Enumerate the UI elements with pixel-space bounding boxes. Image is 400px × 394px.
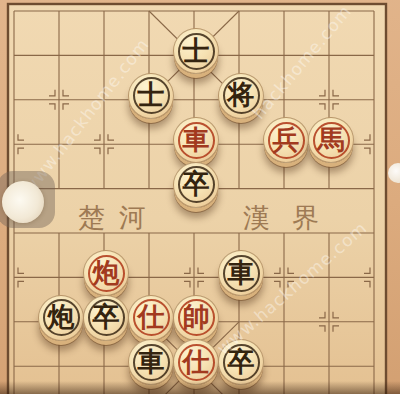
piece-character: 将	[228, 81, 255, 108]
xiangqi-app-screen: 楚河 漢界 士士将車兵馬卒炮車炮卒仕帥車仕卒 www.hackhome.com …	[0, 0, 400, 394]
piece-character: 卒	[183, 170, 210, 197]
piece-red-soldier[interactable]: 兵	[263, 117, 309, 163]
piece-character: 車	[138, 348, 165, 375]
piece-red-chariot[interactable]: 車	[173, 117, 219, 163]
piece-red-general[interactable]: 帥	[173, 295, 219, 341]
pieces-layer: 士士将車兵馬卒炮車炮卒仕帥車仕卒	[0, 0, 400, 394]
piece-character: 仕	[138, 303, 165, 330]
piece-black-chariot[interactable]: 車	[128, 339, 174, 385]
piece-character: 車	[228, 259, 255, 286]
piece-character: 卒	[228, 348, 255, 375]
piece-black-soldier[interactable]: 卒	[218, 339, 264, 385]
piece-black-soldier[interactable]: 卒	[173, 162, 219, 208]
piece-character: 炮	[93, 259, 120, 286]
piece-black-soldier[interactable]: 卒	[83, 295, 129, 341]
piece-black-chariot[interactable]: 車	[218, 250, 264, 296]
piece-red-advisor[interactable]: 仕	[128, 295, 174, 341]
piece-red-advisor[interactable]: 仕	[173, 339, 219, 385]
piece-red-cannon[interactable]: 炮	[83, 250, 129, 296]
piece-character: 仕	[183, 348, 210, 375]
piece-character: 帥	[183, 303, 210, 330]
piece-character: 馬	[318, 126, 345, 153]
piece-character: 士	[183, 37, 210, 64]
piece-red-horse[interactable]: 馬	[308, 117, 354, 163]
piece-character: 士	[138, 81, 165, 108]
piece-character: 兵	[273, 126, 300, 153]
piece-character: 車	[183, 126, 210, 153]
floating-assistant-button[interactable]	[2, 181, 44, 223]
piece-black-advisor[interactable]: 士	[173, 28, 219, 74]
piece-black-general[interactable]: 将	[218, 73, 264, 119]
piece-character: 卒	[93, 303, 120, 330]
piece-black-advisor[interactable]: 士	[128, 73, 174, 119]
piece-black-cannon[interactable]: 炮	[38, 295, 84, 341]
piece-character: 炮	[48, 303, 75, 330]
